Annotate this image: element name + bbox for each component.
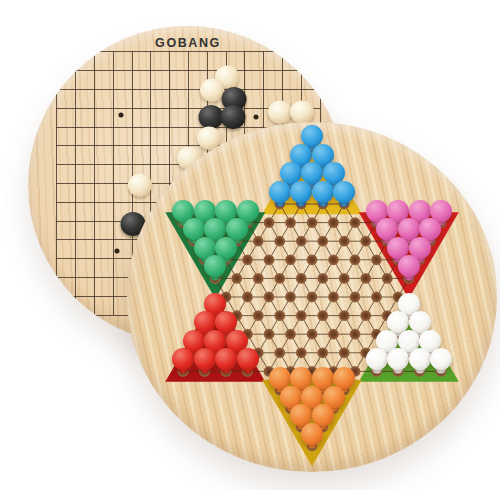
board-hole[interactable] bbox=[285, 217, 296, 228]
peg-red[interactable] bbox=[237, 348, 259, 370]
board-hole[interactable] bbox=[317, 310, 328, 321]
peg-pink[interactable] bbox=[398, 255, 420, 277]
peg-red[interactable] bbox=[194, 348, 216, 370]
peg-white[interactable] bbox=[366, 348, 388, 370]
peg-white[interactable] bbox=[409, 348, 431, 370]
board-hole[interactable] bbox=[307, 292, 318, 303]
board-hole[interactable] bbox=[231, 273, 242, 284]
board-hole[interactable] bbox=[317, 236, 328, 247]
board-hole[interactable] bbox=[264, 292, 275, 303]
board-hole[interactable] bbox=[264, 217, 275, 228]
gobang-star-point bbox=[254, 115, 259, 120]
board-hole[interactable] bbox=[285, 292, 296, 303]
board-hole[interactable] bbox=[360, 236, 371, 247]
go-stone-black[interactable] bbox=[221, 105, 246, 129]
peg-green[interactable] bbox=[204, 255, 226, 277]
board-hole[interactable] bbox=[274, 236, 285, 247]
board-hole[interactable] bbox=[274, 273, 285, 284]
go-stone-white[interactable] bbox=[128, 174, 152, 197]
board-hole[interactable] bbox=[339, 347, 350, 358]
board-hole[interactable] bbox=[350, 292, 361, 303]
board-hole[interactable] bbox=[296, 273, 307, 284]
board-hole[interactable] bbox=[307, 254, 318, 265]
board-hole[interactable] bbox=[350, 254, 361, 265]
board-hole[interactable] bbox=[371, 292, 382, 303]
board-hole[interactable] bbox=[274, 347, 285, 358]
peg-blue[interactable] bbox=[269, 181, 291, 203]
board-hole[interactable] bbox=[328, 217, 339, 228]
board-hole[interactable] bbox=[350, 329, 361, 340]
product-photo-scene: GOBANG bbox=[0, 0, 500, 490]
board-hole[interactable] bbox=[328, 329, 339, 340]
peg-blue[interactable] bbox=[290, 181, 312, 203]
board-hole[interactable] bbox=[264, 329, 275, 340]
board-hole[interactable] bbox=[253, 310, 264, 321]
board-hole[interactable] bbox=[371, 254, 382, 265]
go-stone-white[interactable] bbox=[290, 101, 314, 124]
peg-blue[interactable] bbox=[333, 181, 355, 203]
board-hole[interactable] bbox=[253, 273, 264, 284]
peg-white[interactable] bbox=[430, 348, 452, 370]
board-hole[interactable] bbox=[285, 329, 296, 340]
board-hole[interactable] bbox=[382, 273, 393, 284]
gobang-board-title: GOBANG bbox=[155, 36, 221, 50]
peg-white[interactable] bbox=[387, 348, 409, 370]
peg-orange[interactable] bbox=[301, 423, 323, 445]
board-hole[interactable] bbox=[296, 310, 307, 321]
board-hole[interactable] bbox=[350, 217, 361, 228]
board-hole[interactable] bbox=[328, 292, 339, 303]
gobang-star-point bbox=[119, 113, 124, 118]
board-hole[interactable] bbox=[360, 273, 371, 284]
board-hole[interactable] bbox=[296, 236, 307, 247]
board-hole[interactable] bbox=[242, 254, 253, 265]
chinese-checkers-board bbox=[127, 122, 497, 472]
peg-red[interactable] bbox=[215, 348, 237, 370]
board-hole[interactable] bbox=[328, 254, 339, 265]
board-hole[interactable] bbox=[307, 217, 318, 228]
board-hole[interactable] bbox=[317, 347, 328, 358]
peg-red[interactable] bbox=[172, 348, 194, 370]
board-hole[interactable] bbox=[339, 310, 350, 321]
gobang-star-point bbox=[115, 249, 120, 254]
board-hole[interactable] bbox=[285, 254, 296, 265]
board-hole[interactable] bbox=[296, 347, 307, 358]
board-hole[interactable] bbox=[242, 292, 253, 303]
board-hole[interactable] bbox=[264, 254, 275, 265]
board-hole[interactable] bbox=[360, 310, 371, 321]
go-stone-white[interactable] bbox=[268, 101, 292, 124]
go-stone-white[interactable] bbox=[200, 79, 224, 102]
board-hole[interactable] bbox=[339, 236, 350, 247]
board-hole[interactable] bbox=[253, 236, 264, 247]
board-hole[interactable] bbox=[317, 273, 328, 284]
board-hole[interactable] bbox=[307, 329, 318, 340]
board-hole[interactable] bbox=[274, 310, 285, 321]
peg-blue[interactable] bbox=[312, 181, 334, 203]
board-hole[interactable] bbox=[339, 273, 350, 284]
